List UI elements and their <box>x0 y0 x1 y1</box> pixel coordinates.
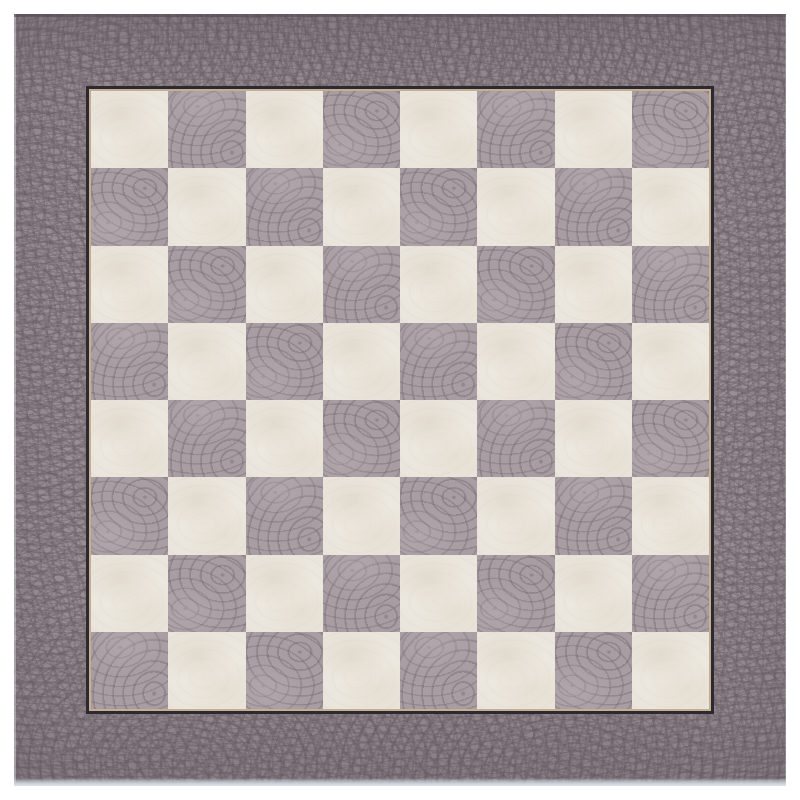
square-a6[interactable] <box>91 246 168 323</box>
square-d5[interactable] <box>323 323 400 400</box>
square-f2[interactable] <box>477 555 554 632</box>
board-inlay-frame <box>86 86 714 714</box>
square-c3[interactable] <box>246 477 323 554</box>
board-grid <box>91 91 709 709</box>
square-c1[interactable] <box>246 632 323 709</box>
square-d3[interactable] <box>323 477 400 554</box>
square-h4[interactable] <box>632 400 709 477</box>
square-g1[interactable] <box>555 632 632 709</box>
square-f5[interactable] <box>477 323 554 400</box>
square-c4[interactable] <box>246 400 323 477</box>
square-g4[interactable] <box>555 400 632 477</box>
square-h3[interactable] <box>632 477 709 554</box>
square-c6[interactable] <box>246 246 323 323</box>
square-e7[interactable] <box>400 168 477 245</box>
square-f3[interactable] <box>477 477 554 554</box>
square-g5[interactable] <box>555 323 632 400</box>
square-c5[interactable] <box>246 323 323 400</box>
square-b5[interactable] <box>168 323 245 400</box>
square-f1[interactable] <box>477 632 554 709</box>
square-g2[interactable] <box>555 555 632 632</box>
square-c8[interactable] <box>246 91 323 168</box>
square-e5[interactable] <box>400 323 477 400</box>
square-e3[interactable] <box>400 477 477 554</box>
square-f7[interactable] <box>477 168 554 245</box>
square-g7[interactable] <box>555 168 632 245</box>
square-e8[interactable] <box>400 91 477 168</box>
square-h2[interactable] <box>632 555 709 632</box>
square-h8[interactable] <box>632 91 709 168</box>
square-a5[interactable] <box>91 323 168 400</box>
square-d7[interactable] <box>323 168 400 245</box>
square-b4[interactable] <box>168 400 245 477</box>
square-a2[interactable] <box>91 555 168 632</box>
square-g3[interactable] <box>555 477 632 554</box>
square-f4[interactable] <box>477 400 554 477</box>
square-g8[interactable] <box>555 91 632 168</box>
square-a3[interactable] <box>91 477 168 554</box>
square-a8[interactable] <box>91 91 168 168</box>
square-b2[interactable] <box>168 555 245 632</box>
square-b7[interactable] <box>168 168 245 245</box>
chess-board <box>14 14 786 786</box>
square-e2[interactable] <box>400 555 477 632</box>
square-d4[interactable] <box>323 400 400 477</box>
square-f6[interactable] <box>477 246 554 323</box>
square-d1[interactable] <box>323 632 400 709</box>
square-e6[interactable] <box>400 246 477 323</box>
square-f8[interactable] <box>477 91 554 168</box>
square-h1[interactable] <box>632 632 709 709</box>
square-d6[interactable] <box>323 246 400 323</box>
square-c7[interactable] <box>246 168 323 245</box>
square-b6[interactable] <box>168 246 245 323</box>
square-c2[interactable] <box>246 555 323 632</box>
square-a1[interactable] <box>91 632 168 709</box>
square-b1[interactable] <box>168 632 245 709</box>
square-b8[interactable] <box>168 91 245 168</box>
square-g6[interactable] <box>555 246 632 323</box>
square-b3[interactable] <box>168 477 245 554</box>
square-a4[interactable] <box>91 400 168 477</box>
square-h5[interactable] <box>632 323 709 400</box>
square-h6[interactable] <box>632 246 709 323</box>
square-e4[interactable] <box>400 400 477 477</box>
square-a7[interactable] <box>91 168 168 245</box>
square-d8[interactable] <box>323 91 400 168</box>
product-photo-background <box>0 0 800 800</box>
square-h7[interactable] <box>632 168 709 245</box>
square-e1[interactable] <box>400 632 477 709</box>
square-d2[interactable] <box>323 555 400 632</box>
